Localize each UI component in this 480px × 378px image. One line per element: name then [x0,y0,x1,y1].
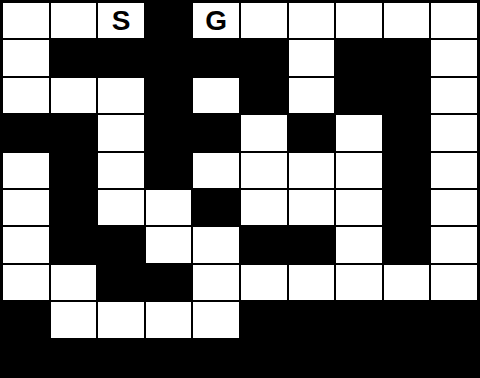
wall-cell [241,302,287,337]
open-cell[interactable] [193,153,239,188]
open-cell[interactable] [98,302,144,337]
wall-cell [241,227,287,262]
goal-cell[interactable]: G [193,3,239,38]
wall-cell [431,340,477,375]
wall-cell [3,115,49,150]
wall-cell [289,115,335,150]
wall-cell [384,40,430,75]
wall-cell [146,115,192,150]
open-cell[interactable] [431,78,477,113]
open-cell[interactable] [98,153,144,188]
open-cell[interactable] [193,78,239,113]
open-cell[interactable] [3,227,49,262]
open-cell[interactable] [289,40,335,75]
wall-cell [289,227,335,262]
open-cell[interactable] [3,3,49,38]
wall-cell [98,40,144,75]
wall-cell [336,340,382,375]
wall-cell [3,340,49,375]
open-cell[interactable] [98,78,144,113]
wall-cell [384,115,430,150]
open-cell[interactable] [193,302,239,337]
open-cell[interactable] [431,190,477,225]
open-cell[interactable] [241,265,287,300]
wall-cell [193,115,239,150]
wall-cell [51,190,97,225]
wall-cell [146,153,192,188]
wall-cell [146,340,192,375]
open-cell[interactable] [193,227,239,262]
wall-cell [146,3,192,38]
open-cell[interactable] [336,3,382,38]
wall-cell [384,78,430,113]
open-cell[interactable] [289,3,335,38]
wall-cell [51,227,97,262]
open-cell[interactable] [384,3,430,38]
wall-cell [336,302,382,337]
open-cell[interactable] [384,265,430,300]
maze-board: SG [0,0,480,378]
open-cell[interactable] [3,265,49,300]
open-cell[interactable] [431,265,477,300]
wall-cell [98,227,144,262]
wall-cell [3,302,49,337]
open-cell[interactable] [3,78,49,113]
wall-cell [98,340,144,375]
wall-cell [384,227,430,262]
wall-cell [384,340,430,375]
open-cell[interactable] [336,115,382,150]
wall-cell [336,40,382,75]
open-cell[interactable] [146,190,192,225]
open-cell[interactable] [98,190,144,225]
open-cell[interactable] [51,302,97,337]
open-cell[interactable] [51,3,97,38]
wall-cell [289,340,335,375]
wall-cell [336,78,382,113]
wall-cell [384,302,430,337]
open-cell[interactable] [241,190,287,225]
wall-cell [51,40,97,75]
wall-cell [384,190,430,225]
open-cell[interactable] [241,115,287,150]
wall-cell [193,40,239,75]
open-cell[interactable] [98,115,144,150]
open-cell[interactable] [431,40,477,75]
open-cell[interactable] [289,265,335,300]
wall-cell [146,40,192,75]
wall-cell [241,340,287,375]
open-cell[interactable] [146,227,192,262]
open-cell[interactable] [51,78,97,113]
open-cell[interactable] [241,3,287,38]
open-cell[interactable] [3,153,49,188]
open-cell[interactable] [336,190,382,225]
start-cell[interactable]: S [98,3,144,38]
wall-cell [193,340,239,375]
open-cell[interactable] [241,153,287,188]
open-cell[interactable] [289,78,335,113]
wall-cell [51,153,97,188]
open-cell[interactable] [336,153,382,188]
wall-cell [289,302,335,337]
open-cell[interactable] [289,153,335,188]
wall-cell [431,302,477,337]
open-cell[interactable] [336,227,382,262]
open-cell[interactable] [336,265,382,300]
open-cell[interactable] [431,115,477,150]
wall-cell [193,190,239,225]
open-cell[interactable] [146,302,192,337]
open-cell[interactable] [3,190,49,225]
wall-cell [51,340,97,375]
open-cell[interactable] [3,40,49,75]
wall-cell [98,265,144,300]
wall-cell [241,40,287,75]
open-cell[interactable] [431,3,477,38]
wall-cell [51,115,97,150]
wall-cell [146,265,192,300]
open-cell[interactable] [431,153,477,188]
open-cell[interactable] [51,265,97,300]
wall-cell [241,78,287,113]
open-cell[interactable] [431,227,477,262]
wall-cell [384,153,430,188]
wall-cell [146,78,192,113]
open-cell[interactable] [193,265,239,300]
open-cell[interactable] [289,190,335,225]
